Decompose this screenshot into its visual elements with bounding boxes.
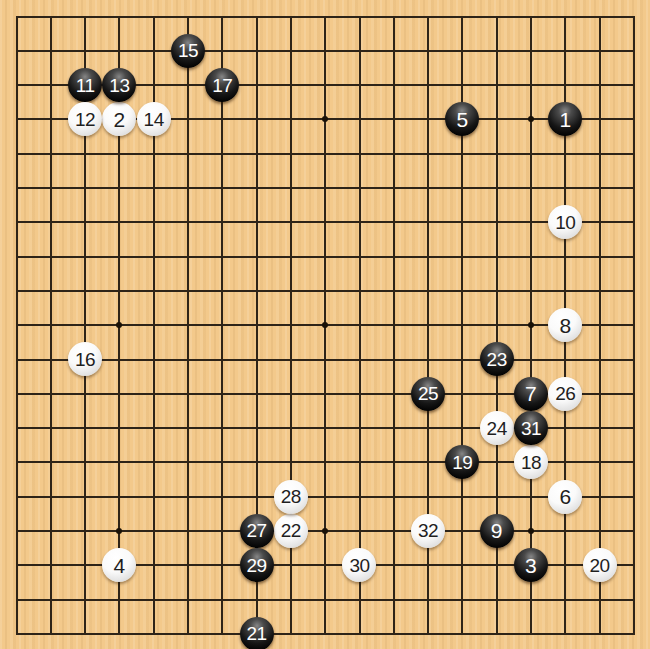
- stone-white-R10: 8: [548, 308, 582, 342]
- move-number: 18: [521, 452, 541, 471]
- stone-white-E16: 14: [137, 102, 171, 136]
- move-number: 6: [559, 486, 571, 507]
- move-number: 10: [555, 212, 575, 231]
- move-number: 13: [109, 75, 129, 94]
- stone-white-P7: 24: [480, 411, 514, 445]
- move-number: 21: [247, 624, 267, 643]
- stone-black-F18: 15: [171, 34, 205, 68]
- move-number: 15: [178, 41, 198, 60]
- stone-white-J5: 28: [274, 480, 308, 514]
- move-number: 14: [144, 109, 164, 128]
- move-number: 32: [418, 521, 438, 540]
- stone-white-D16: 2: [102, 102, 136, 136]
- stone-white-C9: 16: [68, 342, 102, 376]
- move-number: 5: [457, 108, 469, 129]
- move-number: 25: [418, 384, 438, 403]
- move-number: 11: [76, 75, 95, 94]
- move-number: 24: [487, 418, 507, 437]
- move-number: 3: [525, 554, 537, 575]
- move-number: 20: [589, 555, 609, 574]
- stone-black-D17: 13: [102, 68, 136, 102]
- stone-black-Q7: 31: [514, 411, 548, 445]
- stone-white-J4: 22: [274, 514, 308, 548]
- stone-black-O6: 19: [445, 445, 479, 479]
- move-number: 27: [247, 521, 267, 540]
- stone-white-C16: 12: [68, 102, 102, 136]
- go-board[interactable]: 1234567891011121314151617181920212223242…: [0, 0, 650, 649]
- stone-black-N8: 25: [411, 377, 445, 411]
- move-number: 29: [247, 555, 267, 574]
- move-number: 12: [75, 109, 95, 128]
- stone-black-G17: 17: [205, 68, 239, 102]
- stone-black-P4: 9: [480, 514, 514, 548]
- stone-black-Q8: 7: [514, 377, 548, 411]
- stone-black-H1: 21: [240, 617, 274, 649]
- move-number: 17: [212, 75, 232, 94]
- move-number: 30: [349, 555, 369, 574]
- stone-white-Q6: 18: [514, 445, 548, 479]
- move-number: 7: [525, 383, 537, 404]
- move-number: 26: [555, 384, 575, 403]
- stone-white-S3: 20: [583, 548, 617, 582]
- stone-white-D3: 4: [102, 548, 136, 582]
- stone-white-L3: 30: [342, 548, 376, 582]
- move-number: 23: [487, 349, 507, 368]
- move-number: 9: [491, 520, 503, 541]
- move-number: 19: [452, 452, 472, 471]
- move-number: 8: [559, 314, 571, 335]
- stone-black-H4: 27: [240, 514, 274, 548]
- stone-black-H3: 29: [240, 548, 274, 582]
- move-number: 28: [281, 487, 301, 506]
- stone-black-C17: 11: [68, 68, 102, 102]
- move-number: 31: [521, 418, 541, 437]
- move-number: 16: [75, 349, 95, 368]
- move-number: 2: [114, 108, 126, 129]
- stone-white-R5: 6: [548, 480, 582, 514]
- move-number: 1: [559, 108, 571, 129]
- stone-white-R13: 10: [548, 205, 582, 239]
- stone-black-Q3: 3: [514, 548, 548, 582]
- stone-white-R8: 26: [548, 377, 582, 411]
- stone-white-N4: 32: [411, 514, 445, 548]
- stones-layer: 1234567891011121314151617181920212223242…: [0, 0, 649, 648]
- move-number: 22: [281, 521, 301, 540]
- stone-black-O16: 5: [445, 102, 479, 136]
- stone-black-R16: 1: [548, 102, 582, 136]
- move-number: 4: [114, 554, 126, 575]
- stone-black-P9: 23: [480, 342, 514, 376]
